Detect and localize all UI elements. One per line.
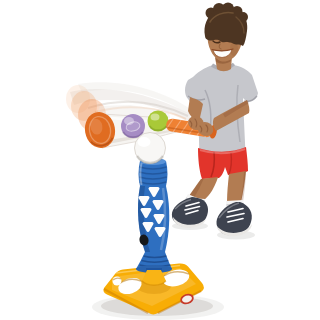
child-shoes — [172, 197, 252, 236]
child-head — [204, 3, 248, 72]
green-ball — [148, 111, 169, 132]
hair — [204, 3, 248, 47]
tee-post — [136, 158, 172, 286]
product-photo — [0, 0, 320, 320]
purple-ball — [121, 114, 145, 138]
tee-ball — [135, 133, 166, 164]
scene-illustration — [0, 0, 320, 320]
